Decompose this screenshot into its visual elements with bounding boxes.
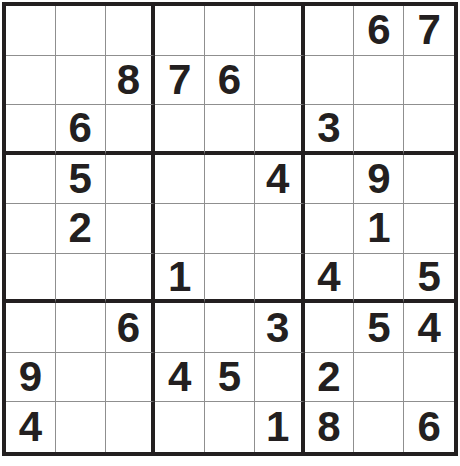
cell-r4c8[interactable]: 9 <box>354 155 404 205</box>
cell-r1c9[interactable]: 7 <box>404 6 454 56</box>
cell-r2c1[interactable] <box>6 56 56 106</box>
cell-r4c4[interactable] <box>155 155 205 205</box>
cell-r2c6[interactable] <box>255 56 305 106</box>
cell-r4c6[interactable]: 4 <box>255 155 305 205</box>
cell-r7c1[interactable] <box>6 303 56 353</box>
cell-r7c4[interactable] <box>155 303 205 353</box>
cell-r4c2[interactable]: 5 <box>56 155 106 205</box>
cell-r5c2[interactable]: 2 <box>56 204 106 254</box>
cell-r6c7[interactable]: 4 <box>305 254 355 304</box>
cell-r6c1[interactable] <box>6 254 56 304</box>
cell-r1c3[interactable] <box>106 6 156 56</box>
cell-r5c8[interactable]: 1 <box>354 204 404 254</box>
cell-r6c4[interactable]: 1 <box>155 254 205 304</box>
cell-r5c1[interactable] <box>6 204 56 254</box>
cell-r3c3[interactable] <box>106 105 156 155</box>
sudoku-puzzle-image: 678766354921145635494524186 <box>0 0 460 466</box>
cell-r6c2[interactable] <box>56 254 106 304</box>
cell-r1c2[interactable] <box>56 6 106 56</box>
cell-r5c3[interactable] <box>106 204 156 254</box>
cell-r9c7[interactable]: 8 <box>305 402 355 452</box>
cell-r8c6[interactable] <box>255 353 305 403</box>
cell-r4c3[interactable] <box>106 155 156 205</box>
cell-r2c5[interactable]: 6 <box>205 56 255 106</box>
cell-r3c1[interactable] <box>6 105 56 155</box>
cell-r1c1[interactable] <box>6 6 56 56</box>
cell-r9c9[interactable]: 6 <box>404 402 454 452</box>
cell-r3c2[interactable]: 6 <box>56 105 106 155</box>
cell-r7c5[interactable] <box>205 303 255 353</box>
cell-r9c8[interactable] <box>354 402 404 452</box>
cell-r2c2[interactable] <box>56 56 106 106</box>
cell-r3c4[interactable] <box>155 105 205 155</box>
cell-r4c9[interactable] <box>404 155 454 205</box>
cell-r2c7[interactable] <box>305 56 355 106</box>
cell-r7c7[interactable] <box>305 303 355 353</box>
cell-r1c6[interactable] <box>255 6 305 56</box>
cell-r8c8[interactable] <box>354 353 404 403</box>
cell-r9c6[interactable]: 1 <box>255 402 305 452</box>
cell-r6c8[interactable] <box>354 254 404 304</box>
cell-r7c8[interactable]: 5 <box>354 303 404 353</box>
cell-r9c4[interactable] <box>155 402 205 452</box>
cell-r1c5[interactable] <box>205 6 255 56</box>
cell-r7c2[interactable] <box>56 303 106 353</box>
cell-r6c9[interactable]: 5 <box>404 254 454 304</box>
cell-r5c6[interactable] <box>255 204 305 254</box>
cell-r9c3[interactable] <box>106 402 156 452</box>
cell-r9c1[interactable]: 4 <box>6 402 56 452</box>
cell-r5c5[interactable] <box>205 204 255 254</box>
cell-r4c7[interactable] <box>305 155 355 205</box>
cell-r9c5[interactable] <box>205 402 255 452</box>
cell-r1c4[interactable] <box>155 6 205 56</box>
cell-r9c2[interactable] <box>56 402 106 452</box>
cell-r7c6[interactable]: 3 <box>255 303 305 353</box>
cell-r6c5[interactable] <box>205 254 255 304</box>
cell-r7c9[interactable]: 4 <box>404 303 454 353</box>
cell-r8c3[interactable] <box>106 353 156 403</box>
cell-r8c2[interactable] <box>56 353 106 403</box>
cell-r6c3[interactable] <box>106 254 156 304</box>
cell-r5c7[interactable] <box>305 204 355 254</box>
cell-r3c5[interactable] <box>205 105 255 155</box>
cell-r3c6[interactable] <box>255 105 305 155</box>
cell-r2c9[interactable] <box>404 56 454 106</box>
cell-r2c4[interactable]: 7 <box>155 56 205 106</box>
cell-r5c4[interactable] <box>155 204 205 254</box>
sudoku-board: 678766354921145635494524186 <box>2 2 458 456</box>
cell-r1c7[interactable] <box>305 6 355 56</box>
cell-r3c8[interactable] <box>354 105 404 155</box>
cell-r3c7[interactable]: 3 <box>305 105 355 155</box>
cell-r8c4[interactable]: 4 <box>155 353 205 403</box>
cell-r7c3[interactable]: 6 <box>106 303 156 353</box>
cell-r2c8[interactable] <box>354 56 404 106</box>
cell-r5c9[interactable] <box>404 204 454 254</box>
cell-r8c1[interactable]: 9 <box>6 353 56 403</box>
cell-r4c1[interactable] <box>6 155 56 205</box>
cell-r6c6[interactable] <box>255 254 305 304</box>
cell-r8c9[interactable] <box>404 353 454 403</box>
cell-r2c3[interactable]: 8 <box>106 56 156 106</box>
cell-r8c7[interactable]: 2 <box>305 353 355 403</box>
cell-r8c5[interactable]: 5 <box>205 353 255 403</box>
cell-r4c5[interactable] <box>205 155 255 205</box>
cell-r3c9[interactable] <box>404 105 454 155</box>
cell-r1c8[interactable]: 6 <box>354 6 404 56</box>
